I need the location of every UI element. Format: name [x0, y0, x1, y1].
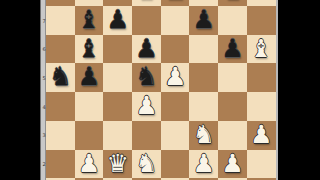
square-e5: ♟ [161, 63, 190, 92]
square-a2 [46, 150, 75, 179]
square-b2: ♟ [75, 150, 104, 179]
square-a7 [46, 6, 75, 35]
square-b6: ♝ [75, 35, 104, 64]
square-c7: ♟ [103, 6, 132, 35]
square-g6: ♟ [218, 35, 247, 64]
square-d2: ♞ [132, 150, 161, 179]
piece-white-r-f1: ♜ [189, 178, 218, 180]
square-h1 [247, 178, 276, 180]
square-d3 [132, 121, 161, 150]
square-h6: ♝ [247, 35, 276, 64]
square-c3 [103, 121, 132, 150]
square-g4 [218, 92, 247, 121]
square-g1: ♚ [218, 178, 247, 180]
square-b3 [75, 121, 104, 150]
piece-white-p-b2: ♟ [75, 150, 104, 179]
square-c6 [103, 35, 132, 64]
square-e1 [161, 178, 190, 180]
square-b7: ♝ [75, 6, 104, 35]
square-h7 [247, 6, 276, 35]
piece-black-p-f7: ♟ [189, 6, 218, 35]
square-d6: ♟ [132, 35, 161, 64]
piece-white-p-h3: ♟ [247, 121, 276, 150]
square-f7: ♟ [189, 6, 218, 35]
piece-black-b-b6: ♝ [75, 35, 104, 64]
square-e3 [161, 121, 190, 150]
piece-black-p-d6: ♟ [132, 35, 161, 64]
piece-white-b-h6: ♝ [247, 35, 276, 64]
chess-board: ♛♜♚♝♟♟♝♟♟♝♞♟♞♟♟♞♟♟♛♞♟♟♜♜♚ [46, 0, 276, 180]
piece-white-r-a1: ♜ [46, 178, 75, 180]
piece-white-p-e5: ♟ [161, 63, 190, 92]
square-c2: ♛ [103, 150, 132, 179]
square-c1 [103, 178, 132, 180]
square-e2 [161, 150, 190, 179]
square-a6 [46, 35, 75, 64]
square-h5 [247, 63, 276, 92]
square-e7 [161, 6, 190, 35]
square-d1 [132, 178, 161, 180]
square-d5: ♞ [132, 63, 161, 92]
square-b1 [75, 178, 104, 180]
piece-white-q-c2: ♛ [103, 150, 132, 179]
square-f6 [189, 35, 218, 64]
piece-black-p-c7: ♟ [103, 6, 132, 35]
piece-black-p-b5: ♟ [75, 63, 104, 92]
square-e6 [161, 35, 190, 64]
square-f4 [189, 92, 218, 121]
square-g2: ♟ [218, 150, 247, 179]
piece-white-n-f3: ♞ [189, 121, 218, 150]
square-h4 [247, 92, 276, 121]
square-a5: ♞ [46, 63, 75, 92]
piece-white-n-d2: ♞ [132, 150, 161, 179]
video-frame: 765432 ♛♜♚♝♟♟♝♟♟♝♞♟♞♟♟♞♟♟♛♞♟♟♜♜♚ [0, 0, 320, 180]
piece-black-p-g6: ♟ [218, 35, 247, 64]
square-b5: ♟ [75, 63, 104, 92]
square-a1: ♜ [46, 178, 75, 180]
square-c5 [103, 63, 132, 92]
square-g3 [218, 121, 247, 150]
square-g5 [218, 63, 247, 92]
square-g7 [218, 6, 247, 35]
board-right-edge [276, 0, 278, 180]
square-f1: ♜ [189, 178, 218, 180]
square-f5 [189, 63, 218, 92]
square-b4 [75, 92, 104, 121]
piece-white-k-g1: ♚ [218, 178, 247, 180]
square-h2 [247, 150, 276, 179]
piece-white-p-g2: ♟ [218, 150, 247, 179]
piece-black-n-a5: ♞ [46, 63, 75, 92]
square-d7 [132, 6, 161, 35]
square-h3: ♟ [247, 121, 276, 150]
square-d4: ♟ [132, 92, 161, 121]
square-a4 [46, 92, 75, 121]
piece-white-p-f2: ♟ [189, 150, 218, 179]
piece-black-n-d5: ♞ [132, 63, 161, 92]
square-e4 [161, 92, 190, 121]
square-f3: ♞ [189, 121, 218, 150]
square-a3 [46, 121, 75, 150]
piece-black-b-b7: ♝ [75, 6, 104, 35]
square-f2: ♟ [189, 150, 218, 179]
square-c4 [103, 92, 132, 121]
piece-white-p-d4: ♟ [132, 92, 161, 121]
